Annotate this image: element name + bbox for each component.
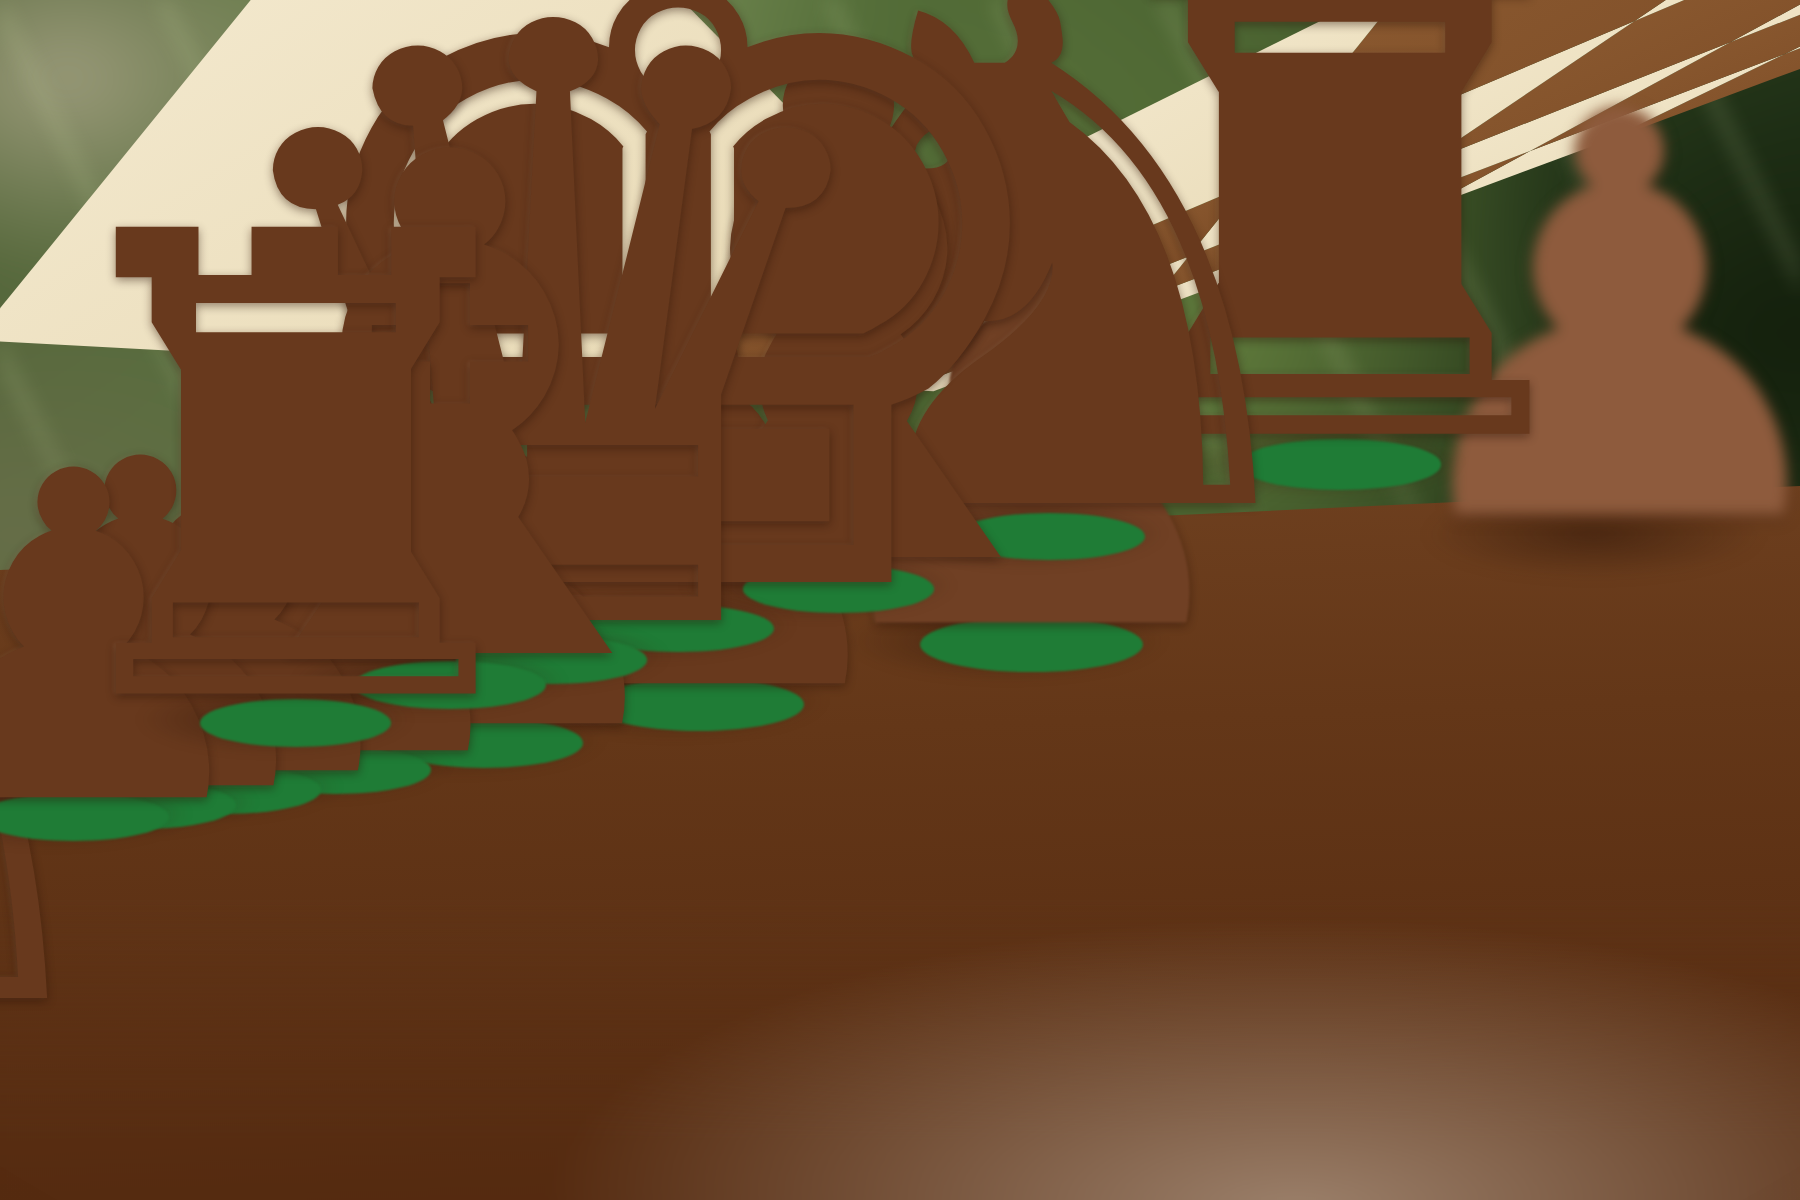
pieces-layer: ♟♟♞♟♜♟♞♟♝♟♚♟♛♟♝♜	[0, 0, 1800, 1200]
chess-photo-scene: ♟♟♞♟♜♟♞♟♝♟♚♟♛♟♝♜	[0, 0, 1800, 1200]
piece-black-rook-a8: ♜	[0, 153, 615, 792]
